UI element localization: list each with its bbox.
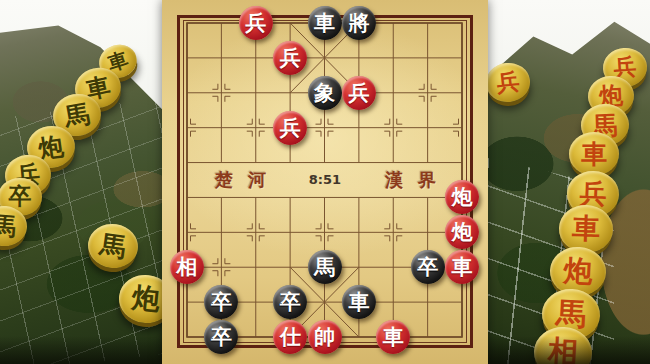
xiangqi-piece-red-仕[interactable]: 仕 [273,320,307,354]
xiangqi-piece-black-馬[interactable]: 馬 [308,250,342,284]
xiangqi-piece-red-兵[interactable]: 兵 [239,6,273,40]
shadow-band [0,336,162,364]
background-stone-icon: 車 [569,132,619,176]
background-stone-icon: 車 [558,204,614,253]
background-stone-icon: 兵 [488,60,532,103]
xiangqi-piece-black-車[interactable]: 車 [308,6,342,40]
xiangqi-piece-red-車[interactable]: 車 [445,250,479,284]
xiangqi-board[interactable]: 楚河 8:51 漢界 兵車將兵象兵兵炮炮相馬卒車卒卒車卒仕帥車 [162,0,488,364]
background-stone-icon: 炮 [117,273,162,326]
shadow-band [488,336,650,364]
xiangqi-piece-red-相[interactable]: 相 [170,250,204,284]
xiangqi-piece-black-象[interactable]: 象 [308,76,342,110]
xiangqi-game-screen: 車車馬炮兵卒馬馬炮 兵兵炮馬車兵車炮馬相 楚河 8:51 漢界 兵車將兵象兵兵炮… [0,0,650,364]
xiangqi-piece-red-兵[interactable]: 兵 [273,41,307,75]
river-label-right: 漢界 [385,168,451,192]
xiangqi-piece-black-將[interactable]: 將 [342,6,376,40]
xiangqi-piece-red-車[interactable]: 車 [376,320,410,354]
xiangqi-piece-red-兵[interactable]: 兵 [342,76,376,110]
xiangqi-piece-black-卒[interactable]: 卒 [273,285,307,319]
xiangqi-piece-red-帥[interactable]: 帥 [308,320,342,354]
xiangqi-piece-black-車[interactable]: 車 [342,285,376,319]
background-stone-icon: 馬 [85,221,141,272]
xiangqi-piece-black-卒[interactable]: 卒 [411,250,445,284]
xiangqi-piece-red-兵[interactable]: 兵 [273,111,307,145]
background-photo-left: 車車馬炮兵卒馬馬炮 [0,0,162,364]
background-photo-right: 兵兵炮馬車兵車炮馬相 [488,0,650,364]
